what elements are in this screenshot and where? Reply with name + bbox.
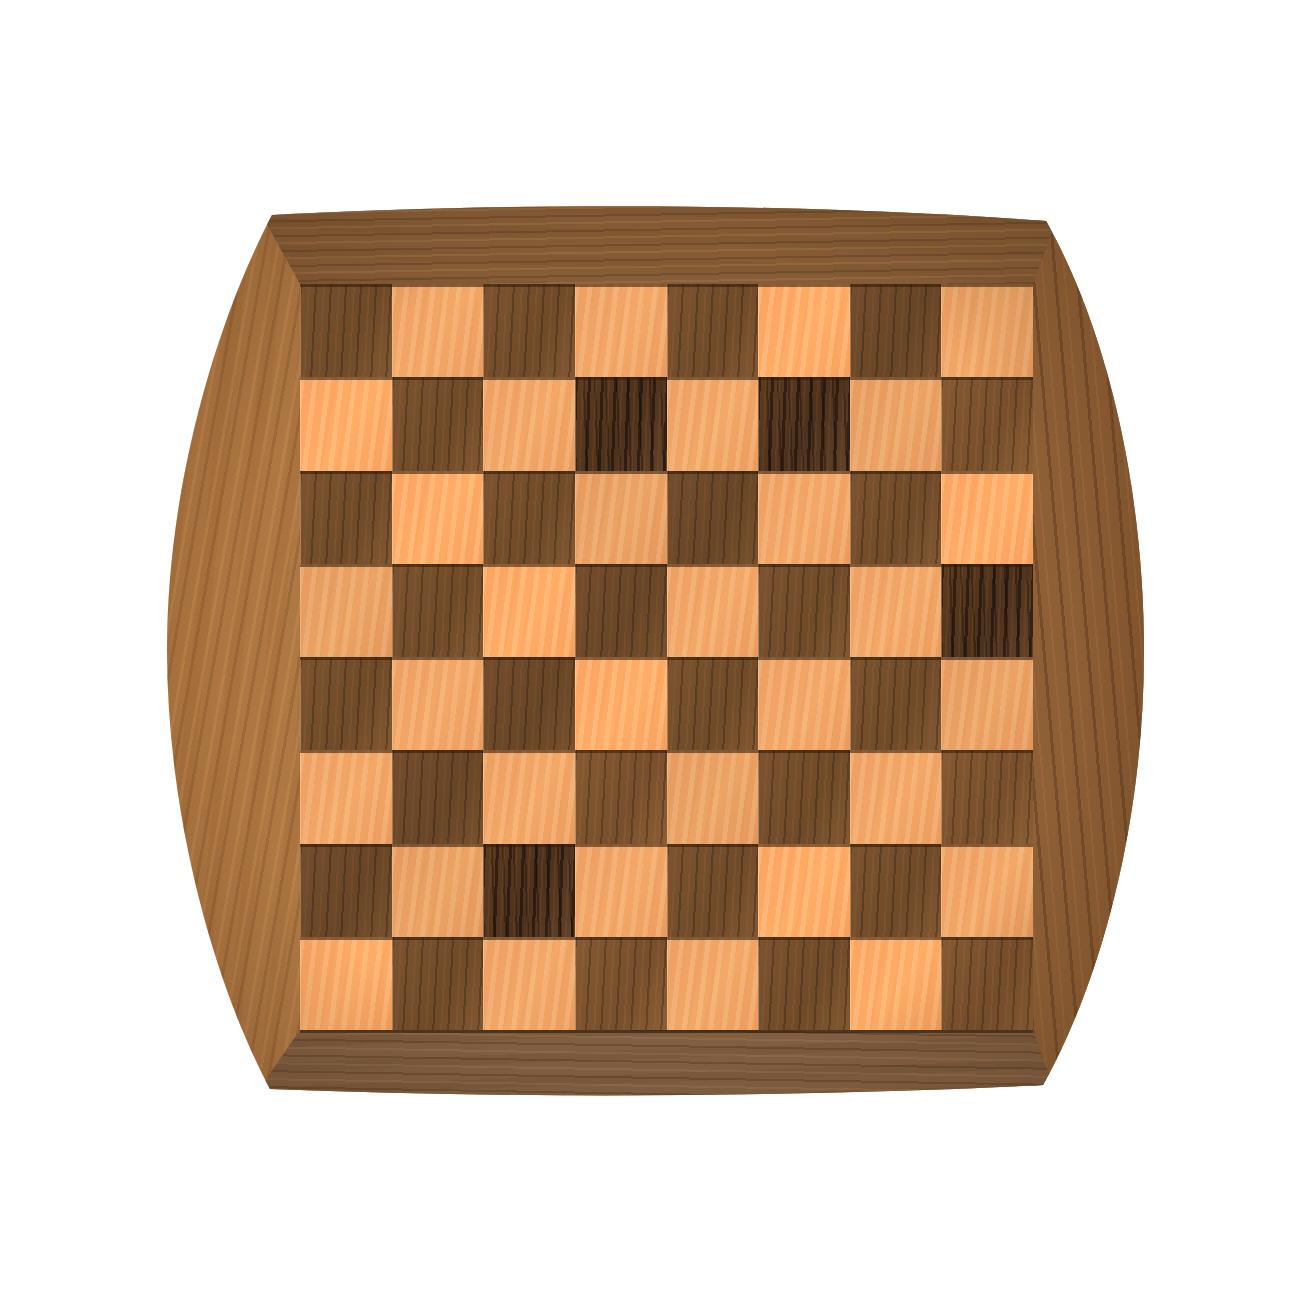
board-square-r4c8 — [941, 564, 1033, 657]
board-square-r5c3 — [483, 657, 575, 750]
board-square-r5c7 — [850, 657, 942, 750]
board-square-r1c4 — [575, 284, 667, 377]
board-square-r6c3 — [483, 750, 575, 843]
board-square-r6c1 — [300, 750, 392, 843]
board-square-r3c3 — [483, 471, 575, 564]
board-square-r6c7 — [850, 750, 942, 843]
board-square-r8c2 — [392, 937, 484, 1030]
board-square-r6c5 — [667, 750, 759, 843]
board-square-r2c1 — [300, 377, 392, 470]
board-square-r7c3 — [483, 844, 575, 937]
board-square-r3c8 — [941, 471, 1033, 564]
board-square-r8c4 — [575, 937, 667, 1030]
photo-background — [0, 0, 1300, 1300]
board-square-r3c6 — [758, 471, 850, 564]
board-frame-right — [1033, 0, 1300, 1300]
board-square-r5c5 — [667, 657, 759, 750]
board-square-r3c7 — [850, 471, 942, 564]
board-square-r2c6 — [758, 377, 850, 470]
board-square-r7c4 — [575, 844, 667, 937]
board-square-r4c5 — [667, 564, 759, 657]
board-square-r8c6 — [758, 937, 850, 1030]
board-square-r2c7 — [850, 377, 942, 470]
board-square-r3c2 — [392, 471, 484, 564]
board-square-r3c1 — [300, 471, 392, 564]
board-square-r1c3 — [483, 284, 575, 377]
board-square-r7c1 — [300, 844, 392, 937]
board-square-r5c8 — [941, 657, 1033, 750]
board-square-r4c4 — [575, 564, 667, 657]
board-square-r1c2 — [392, 284, 484, 377]
board-square-r5c2 — [392, 657, 484, 750]
board-square-r3c4 — [575, 471, 667, 564]
board-square-r6c8 — [941, 750, 1033, 843]
board-square-r4c6 — [758, 564, 850, 657]
board-square-r2c3 — [483, 377, 575, 470]
board-square-r1c6 — [758, 284, 850, 377]
board-square-r6c2 — [392, 750, 484, 843]
board-square-r1c8 — [941, 284, 1033, 377]
board-square-r7c7 — [850, 844, 942, 937]
board-square-r2c8 — [941, 377, 1033, 470]
board-square-r7c6 — [758, 844, 850, 937]
board-square-r4c1 — [300, 564, 392, 657]
board-square-r3c5 — [667, 471, 759, 564]
board-square-r8c3 — [483, 937, 575, 1030]
board-square-r7c8 — [941, 844, 1033, 937]
board-square-r8c8 — [941, 937, 1033, 1030]
board-square-r2c2 — [392, 377, 484, 470]
board-square-r5c6 — [758, 657, 850, 750]
board-square-r8c7 — [850, 937, 942, 1030]
board-square-r7c5 — [667, 844, 759, 937]
board-square-r2c4 — [575, 377, 667, 470]
board-square-r1c5 — [667, 284, 759, 377]
board-square-r7c2 — [392, 844, 484, 937]
board-square-r6c4 — [575, 750, 667, 843]
board-square-r2c5 — [667, 377, 759, 470]
playing-area — [300, 284, 1033, 1033]
board-square-r4c7 — [850, 564, 942, 657]
board-square-r8c1 — [300, 937, 392, 1030]
board-square-r1c1 — [300, 284, 392, 377]
board-square-r4c3 — [483, 564, 575, 657]
chess-board — [0, 0, 1300, 1300]
board-square-r5c4 — [575, 657, 667, 750]
board-square-r6c6 — [758, 750, 850, 843]
board-square-r8c5 — [667, 937, 759, 1030]
board-square-r1c7 — [850, 284, 942, 377]
board-square-r5c1 — [300, 657, 392, 750]
board-square-r4c2 — [392, 564, 484, 657]
